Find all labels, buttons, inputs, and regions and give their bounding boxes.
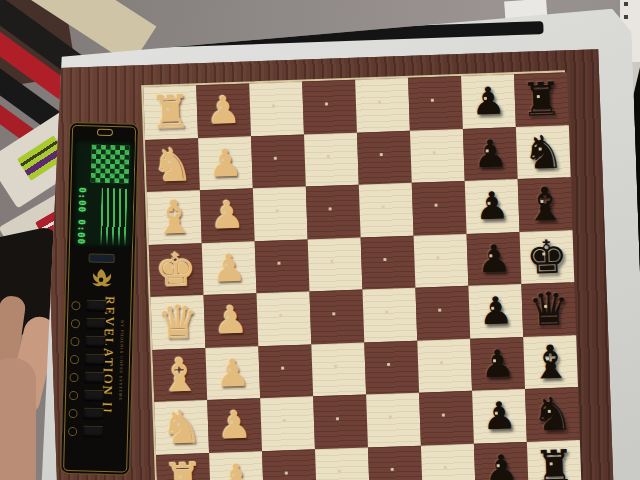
square-d4[interactable] [309, 290, 364, 344]
square-d5[interactable] [362, 288, 417, 342]
white-queen-d1[interactable]: ♛ [151, 295, 206, 349]
square-g6[interactable] [410, 128, 465, 182]
square-b8[interactable]: ♞ [525, 387, 580, 441]
black-bishop-c8[interactable]: ♝ [523, 335, 578, 389]
keypad-round-button[interactable] [68, 408, 77, 417]
keypad-key[interactable] [84, 371, 104, 384]
square-d1[interactable]: ♛ [151, 295, 206, 349]
black-rook-h8[interactable]: ♜ [514, 72, 569, 126]
white-knight-g1[interactable]: ♞ [145, 138, 200, 192]
square-d8[interactable]: ♛ [521, 282, 576, 336]
sensor-window [89, 253, 115, 263]
lcd-mini-board-graphic [91, 144, 130, 183]
white-pawn-d2[interactable]: ♟ [204, 293, 259, 347]
keypad-round-button[interactable] [70, 354, 79, 363]
square-e4[interactable] [308, 237, 363, 291]
keypad-key[interactable] [85, 335, 105, 348]
clock-display: 0:00 0:00 [76, 187, 88, 245]
square-f4[interactable] [306, 185, 361, 239]
square-h1[interactable]: ♜ [143, 85, 198, 139]
keypad-key[interactable] [86, 299, 106, 312]
black-pawn-b7[interactable]: ♟ [472, 389, 527, 443]
square-g7[interactable]: ♟ [463, 127, 518, 181]
white-bishop-f1[interactable]: ♝ [147, 190, 202, 244]
square-h4[interactable] [302, 80, 357, 134]
black-queen-d8[interactable]: ♛ [521, 282, 576, 336]
square-e6[interactable] [414, 233, 469, 287]
brand-subtitle: BY PHOENIX CHESS SYSTEMS [117, 320, 125, 450]
keypad-key[interactable] [86, 317, 106, 330]
black-bishop-f8[interactable]: ♝ [518, 177, 573, 231]
lcd-display: 0:00 0:00 [72, 139, 135, 249]
square-f6[interactable] [412, 181, 467, 235]
square-c2[interactable]: ♟ [205, 346, 260, 400]
square-g1[interactable]: ♞ [145, 138, 200, 192]
square-g8[interactable]: ♞ [516, 125, 571, 179]
square-c6[interactable] [417, 338, 472, 392]
square-f7[interactable]: ♟ [465, 179, 520, 233]
black-pawn-h7[interactable]: ♟ [461, 74, 516, 128]
square-f1[interactable]: ♝ [147, 190, 202, 244]
black-king-e8[interactable]: ♚ [520, 230, 575, 284]
square-c7[interactable]: ♟ [470, 336, 525, 390]
white-king-e1[interactable]: ♚ [149, 243, 204, 297]
white-pawn-h2[interactable]: ♟ [196, 83, 251, 137]
square-c8[interactable]: ♝ [523, 335, 578, 389]
square-e5[interactable] [361, 235, 416, 289]
keypad-round-button[interactable] [71, 319, 80, 328]
white-knight-b1[interactable]: ♞ [154, 400, 209, 454]
white-pawn-f2[interactable]: ♟ [200, 188, 255, 242]
square-d3[interactable] [257, 291, 312, 345]
square-b4[interactable] [313, 395, 368, 449]
square-f3[interactable] [253, 186, 308, 240]
square-a2[interactable]: ♟ [209, 451, 264, 480]
square-a7[interactable]: ♟ [474, 441, 529, 480]
square-e1[interactable]: ♚ [149, 243, 204, 297]
keypad-round-button[interactable] [69, 390, 78, 399]
white-pawn-b2[interactable]: ♟ [207, 398, 262, 452]
square-b2[interactable]: ♟ [207, 398, 262, 452]
square-g3[interactable] [251, 134, 306, 188]
white-pawn-a2[interactable]: ♟ [209, 451, 264, 480]
square-a6[interactable] [421, 443, 476, 480]
square-b1[interactable]: ♞ [154, 400, 209, 454]
black-pawn-f7[interactable]: ♟ [465, 179, 520, 233]
square-a8[interactable]: ♜ [527, 440, 582, 480]
square-b7[interactable]: ♟ [472, 389, 527, 443]
white-pawn-c2[interactable]: ♟ [205, 346, 260, 400]
keypad-key[interactable] [83, 425, 103, 438]
phoenix-logo-icon [88, 266, 115, 293]
rosewood-board-frame: 0:00 0:00 REVELATION II BY PHOENIX CHESS… [43, 49, 614, 480]
square-a1[interactable]: ♜ [156, 453, 211, 480]
black-pawn-a7[interactable]: ♟ [474, 441, 529, 480]
white-pawn-g2[interactable]: ♟ [198, 136, 253, 190]
square-c3[interactable] [258, 344, 313, 398]
keypad-round-button[interactable] [71, 301, 80, 310]
control-panel: 0:00 0:00 REVELATION II BY PHOENIX CHESS… [60, 122, 139, 476]
square-h6[interactable] [408, 76, 463, 130]
black-knight-g8[interactable]: ♞ [516, 125, 571, 179]
photo-of-revelation-ii-chess-computer: 0:00 0:00 REVELATION II BY PHOENIX CHESS… [0, 0, 640, 480]
white-pawn-e2[interactable]: ♟ [202, 241, 257, 295]
square-b6[interactable] [419, 391, 474, 445]
square-a4[interactable] [315, 447, 370, 480]
square-d2[interactable]: ♟ [204, 293, 259, 347]
black-pawn-e7[interactable]: ♟ [467, 232, 522, 286]
square-h3[interactable] [249, 82, 304, 136]
white-bishop-c1[interactable]: ♝ [152, 348, 207, 402]
chess-computer-casing: 0:00 0:00 REVELATION II BY PHOENIX CHESS… [11, 8, 640, 480]
square-g5[interactable] [357, 130, 412, 184]
square-b3[interactable] [260, 396, 315, 450]
square-c5[interactable] [364, 340, 419, 394]
black-knight-b8[interactable]: ♞ [525, 387, 580, 441]
square-g4[interactable] [304, 132, 359, 186]
keypad-key[interactable] [83, 407, 103, 420]
black-pawn-c7[interactable]: ♟ [470, 336, 525, 390]
square-d6[interactable] [415, 286, 470, 340]
visitor-hand [0, 358, 36, 480]
black-pawn-d7[interactable]: ♟ [468, 284, 523, 338]
keypad-key[interactable] [84, 389, 104, 402]
square-h2[interactable]: ♟ [196, 83, 251, 137]
square-e8[interactable]: ♚ [520, 230, 575, 284]
square-e7[interactable]: ♟ [467, 232, 522, 286]
keypad-round-button[interactable] [69, 372, 78, 381]
square-h5[interactable] [355, 78, 410, 132]
square-g2[interactable]: ♟ [198, 136, 253, 190]
white-rook-a1[interactable]: ♜ [156, 453, 211, 480]
square-a5[interactable] [368, 445, 423, 480]
white-rook-h1[interactable]: ♜ [143, 85, 198, 139]
square-f2[interactable]: ♟ [200, 188, 255, 242]
square-e2[interactable]: ♟ [202, 241, 257, 295]
black-pawn-g7[interactable]: ♟ [463, 127, 518, 181]
square-e3[interactable] [255, 239, 310, 293]
board: ♜♟♟♜♞♟♟♞♝♟♟♝♚♟♟♚♛♟♟♛♝♟♟♝♞♟♟♞♜♟♟♜ [141, 70, 579, 480]
keypad [68, 299, 107, 438]
square-a3[interactable] [262, 449, 317, 480]
square-h8[interactable]: ♜ [514, 72, 569, 126]
panel-emblem-icon [97, 129, 113, 136]
square-c1[interactable]: ♝ [152, 348, 207, 402]
square-b5[interactable] [366, 393, 421, 447]
square-f8[interactable]: ♝ [518, 177, 573, 231]
square-d7[interactable]: ♟ [468, 284, 523, 338]
keypad-key[interactable] [85, 353, 105, 366]
square-f5[interactable] [359, 183, 414, 237]
lcd-menu-text-lines [100, 188, 128, 246]
black-rook-a8[interactable]: ♜ [527, 440, 582, 480]
keypad-round-button[interactable] [70, 337, 79, 346]
square-c4[interactable] [311, 342, 366, 396]
square-h7[interactable]: ♟ [461, 74, 516, 128]
keypad-round-button[interactable] [68, 426, 77, 435]
